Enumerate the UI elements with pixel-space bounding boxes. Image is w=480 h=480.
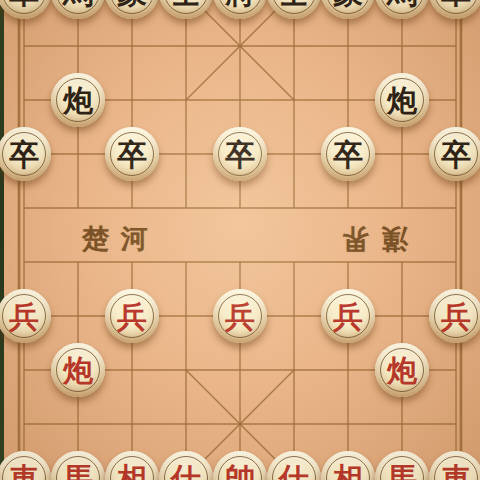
piece-red-soldier[interactable]: 兵 xyxy=(213,289,267,343)
piece-red-horse[interactable]: 馬 xyxy=(375,451,429,480)
piece-character: 士 xyxy=(279,0,309,8)
piece-red-elephant[interactable]: 相 xyxy=(105,451,159,480)
piece-black-chariot[interactable]: 車 xyxy=(0,0,51,19)
piece-character: 炮 xyxy=(63,356,93,386)
piece-character: 兵 xyxy=(441,302,471,332)
piece-character: 馬 xyxy=(387,0,417,8)
piece-character: 車 xyxy=(441,464,471,480)
piece-black-chariot[interactable]: 車 xyxy=(429,0,480,19)
piece-black-soldier[interactable]: 卒 xyxy=(105,127,159,181)
piece-black-soldier[interactable]: 卒 xyxy=(213,127,267,181)
piece-character: 兵 xyxy=(333,302,363,332)
piece-character: 象 xyxy=(117,0,147,8)
piece-character: 馬 xyxy=(63,0,93,8)
piece-black-cannon[interactable]: 炮 xyxy=(375,73,429,127)
piece-red-horse[interactable]: 馬 xyxy=(51,451,105,480)
piece-red-elephant[interactable]: 相 xyxy=(321,451,375,480)
piece-red-soldier[interactable]: 兵 xyxy=(429,289,480,343)
piece-red-chariot[interactable]: 車 xyxy=(429,451,480,480)
piece-red-soldier[interactable]: 兵 xyxy=(0,289,51,343)
piece-black-cannon[interactable]: 炮 xyxy=(51,73,105,127)
piece-character: 相 xyxy=(117,464,147,480)
piece-character: 兵 xyxy=(225,302,255,332)
piece-character: 炮 xyxy=(387,86,417,116)
piece-red-soldier[interactable]: 兵 xyxy=(105,289,159,343)
piece-character: 馬 xyxy=(63,464,93,480)
piece-black-elephant[interactable]: 象 xyxy=(105,0,159,19)
piece-character: 兵 xyxy=(117,302,147,332)
piece-character: 卒 xyxy=(9,140,39,170)
piece-character: 帥 xyxy=(225,464,255,480)
piece-character: 車 xyxy=(9,464,39,480)
piece-black-general[interactable]: 將 xyxy=(213,0,267,19)
piece-black-soldier[interactable]: 卒 xyxy=(429,127,480,181)
piece-character: 相 xyxy=(333,464,363,480)
piece-black-advisor[interactable]: 士 xyxy=(159,0,213,19)
piece-black-horse[interactable]: 馬 xyxy=(51,0,105,19)
piece-red-advisor[interactable]: 仕 xyxy=(267,451,321,480)
piece-black-soldier[interactable]: 卒 xyxy=(321,127,375,181)
piece-black-soldier[interactable]: 卒 xyxy=(0,127,51,181)
piece-character: 將 xyxy=(225,0,255,8)
pieces-layer: 車馬象士將士象馬車炮炮卒卒卒卒卒兵兵兵兵兵炮炮車馬相仕帥仕相馬車 xyxy=(0,0,480,480)
piece-red-chariot[interactable]: 車 xyxy=(0,451,51,480)
piece-character: 仕 xyxy=(279,464,309,480)
piece-character: 炮 xyxy=(387,356,417,386)
piece-character: 卒 xyxy=(441,140,471,170)
piece-red-cannon[interactable]: 炮 xyxy=(51,343,105,397)
piece-red-soldier[interactable]: 兵 xyxy=(321,289,375,343)
piece-character: 炮 xyxy=(63,86,93,116)
piece-black-horse[interactable]: 馬 xyxy=(375,0,429,19)
piece-black-elephant[interactable]: 象 xyxy=(321,0,375,19)
piece-character: 車 xyxy=(9,0,39,8)
piece-red-advisor[interactable]: 仕 xyxy=(159,451,213,480)
piece-red-cannon[interactable]: 炮 xyxy=(375,343,429,397)
piece-character: 卒 xyxy=(333,140,363,170)
piece-black-advisor[interactable]: 士 xyxy=(267,0,321,19)
piece-character: 卒 xyxy=(225,140,255,170)
piece-character: 象 xyxy=(333,0,363,8)
xiangqi-board: 楚河 漢界 車馬象士將士象馬車炮炮卒卒卒卒卒兵兵兵兵兵炮炮車馬相仕帥仕相馬車 xyxy=(0,0,480,480)
piece-character: 兵 xyxy=(9,302,39,332)
piece-character: 馬 xyxy=(387,464,417,480)
piece-character: 仕 xyxy=(171,464,201,480)
piece-character: 車 xyxy=(441,0,471,8)
piece-red-general[interactable]: 帥 xyxy=(213,451,267,480)
piece-character: 卒 xyxy=(117,140,147,170)
piece-character: 士 xyxy=(171,0,201,8)
